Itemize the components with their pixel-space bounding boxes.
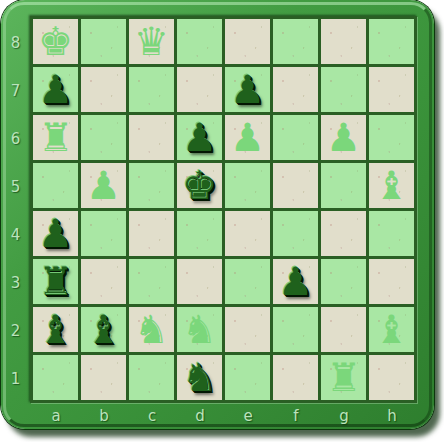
square-g8[interactable] <box>321 19 366 64</box>
square-b8[interactable] <box>81 19 126 64</box>
square-a5[interactable] <box>33 163 78 208</box>
square-d7[interactable] <box>177 67 222 112</box>
square-e7[interactable]: ♟ <box>225 67 270 112</box>
black-pawn-a4[interactable]: ♟ <box>33 211 78 256</box>
square-e6[interactable]: ♟ <box>225 115 270 160</box>
square-g2[interactable] <box>321 307 366 352</box>
file-labels: abcdefgh <box>32 404 419 428</box>
square-c2[interactable]: ♞ <box>129 307 174 352</box>
square-g5[interactable] <box>321 163 366 208</box>
square-f1[interactable] <box>273 355 318 400</box>
black-pawn-a7[interactable]: ♟ <box>33 67 78 112</box>
square-b2[interactable]: ♝ <box>81 307 126 352</box>
black-bishop-a2[interactable]: ♝ <box>33 307 78 352</box>
file-label-b: b <box>80 404 128 428</box>
black-rook-a3[interactable]: ♜ <box>33 259 78 304</box>
square-b5[interactable]: ♟ <box>81 163 126 208</box>
white-rook-a6[interactable]: ♜ <box>33 115 78 160</box>
file-label-a: a <box>32 404 80 428</box>
white-rook-g1[interactable]: ♜ <box>321 355 366 400</box>
square-g3[interactable] <box>321 259 366 304</box>
square-b1[interactable] <box>81 355 126 400</box>
square-f6[interactable] <box>273 115 318 160</box>
square-b4[interactable] <box>81 211 126 256</box>
square-c3[interactable] <box>129 259 174 304</box>
square-e4[interactable] <box>225 211 270 256</box>
square-h5[interactable]: ♝ <box>369 163 414 208</box>
black-knight-d1[interactable]: ♞ <box>177 355 222 400</box>
square-g1[interactable]: ♜ <box>321 355 366 400</box>
board-frame: 87654321 abcdefgh ♚♛♟♟♜♟♟♟♟♚♝♟♜♟♝♝♞♞♝♞♜ <box>1 0 434 429</box>
white-queen-c8[interactable]: ♛ <box>129 19 174 64</box>
black-pawn-f3[interactable]: ♟ <box>273 259 318 304</box>
file-label-f: f <box>272 404 320 428</box>
square-b3[interactable] <box>81 259 126 304</box>
square-b6[interactable] <box>81 115 126 160</box>
square-a1[interactable] <box>33 355 78 400</box>
square-g7[interactable] <box>321 67 366 112</box>
square-f2[interactable] <box>273 307 318 352</box>
square-e8[interactable] <box>225 19 270 64</box>
black-king-d5[interactable]: ♚ <box>177 163 222 208</box>
square-g6[interactable]: ♟ <box>321 115 366 160</box>
white-pawn-b5[interactable]: ♟ <box>81 163 126 208</box>
square-c4[interactable] <box>129 211 174 256</box>
square-e5[interactable] <box>225 163 270 208</box>
rank-label-7: 7 <box>1 67 30 115</box>
square-e2[interactable] <box>225 307 270 352</box>
rank-label-3: 3 <box>1 259 30 307</box>
square-d4[interactable] <box>177 211 222 256</box>
square-f5[interactable] <box>273 163 318 208</box>
square-c5[interactable] <box>129 163 174 208</box>
square-d3[interactable] <box>177 259 222 304</box>
file-label-c: c <box>128 404 176 428</box>
square-e3[interactable] <box>225 259 270 304</box>
square-c8[interactable]: ♛ <box>129 19 174 64</box>
square-a3[interactable]: ♜ <box>33 259 78 304</box>
square-f3[interactable]: ♟ <box>273 259 318 304</box>
file-label-g: g <box>320 404 368 428</box>
file-label-d: d <box>176 404 224 428</box>
square-c6[interactable] <box>129 115 174 160</box>
black-pawn-d6[interactable]: ♟ <box>177 115 222 160</box>
square-c7[interactable] <box>129 67 174 112</box>
square-d5[interactable]: ♚ <box>177 163 222 208</box>
square-d2[interactable]: ♞ <box>177 307 222 352</box>
square-d1[interactable]: ♞ <box>177 355 222 400</box>
white-pawn-g6[interactable]: ♟ <box>321 115 366 160</box>
black-pawn-e7[interactable]: ♟ <box>225 67 270 112</box>
square-e1[interactable] <box>225 355 270 400</box>
white-bishop-h2[interactable]: ♝ <box>369 307 414 352</box>
white-king-a8[interactable]: ♚ <box>33 19 78 64</box>
chess-board: ♚♛♟♟♜♟♟♟♟♚♝♟♜♟♝♝♞♞♝♞♜ <box>30 16 417 403</box>
square-h1[interactable] <box>369 355 414 400</box>
square-f8[interactable] <box>273 19 318 64</box>
square-a6[interactable]: ♜ <box>33 115 78 160</box>
rank-label-6: 6 <box>1 115 30 163</box>
square-h8[interactable] <box>369 19 414 64</box>
black-bishop-b2[interactable]: ♝ <box>81 307 126 352</box>
rank-label-5: 5 <box>1 163 30 211</box>
rank-label-2: 2 <box>1 307 30 355</box>
square-a8[interactable]: ♚ <box>33 19 78 64</box>
square-h6[interactable] <box>369 115 414 160</box>
square-a7[interactable]: ♟ <box>33 67 78 112</box>
square-h2[interactable]: ♝ <box>369 307 414 352</box>
chess-app: 87654321 abcdefgh ♚♛♟♟♜♟♟♟♟♚♝♟♜♟♝♝♞♞♝♞♜ <box>0 0 444 442</box>
white-pawn-e6[interactable]: ♟ <box>225 115 270 160</box>
square-h7[interactable] <box>369 67 414 112</box>
square-a2[interactable]: ♝ <box>33 307 78 352</box>
square-d8[interactable] <box>177 19 222 64</box>
file-label-h: h <box>368 404 416 428</box>
square-c1[interactable] <box>129 355 174 400</box>
square-h3[interactable] <box>369 259 414 304</box>
square-f7[interactable] <box>273 67 318 112</box>
square-b7[interactable] <box>81 67 126 112</box>
file-label-e: e <box>224 404 272 428</box>
rank-label-8: 8 <box>1 19 30 67</box>
white-bishop-h5[interactable]: ♝ <box>369 163 414 208</box>
square-f4[interactable] <box>273 211 318 256</box>
rank-label-4: 4 <box>1 211 30 259</box>
white-knight-c2[interactable]: ♞ <box>129 307 174 352</box>
square-a4[interactable]: ♟ <box>33 211 78 256</box>
square-g4[interactable] <box>321 211 366 256</box>
square-d6[interactable]: ♟ <box>177 115 222 160</box>
square-h4[interactable] <box>369 211 414 256</box>
white-knight-d2[interactable]: ♞ <box>177 307 222 352</box>
rank-label-1: 1 <box>1 355 30 403</box>
rank-labels: 87654321 <box>1 19 30 403</box>
